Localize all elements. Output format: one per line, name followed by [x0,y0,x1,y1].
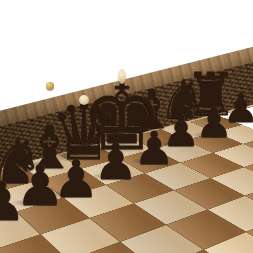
queen-cream-finial [79,95,89,105]
black-pawn-d7[interactable]: ♟ [94,137,139,187]
chess-set-photo: ♜♞♝♛♚♝♞♜♟♟♟♟♟♟♟♟ [0,0,253,253]
black-pawn-e7[interactable]: ♟ [133,125,174,171]
king-cream-finial [118,69,126,84]
black-pawn-g7[interactable]: ♟ [195,102,233,144]
black-pawn-a7[interactable]: ♟ [0,175,26,229]
pieces-layer: ♜♞♝♛♚♝♞♜♟♟♟♟♟♟♟♟ [0,0,253,253]
